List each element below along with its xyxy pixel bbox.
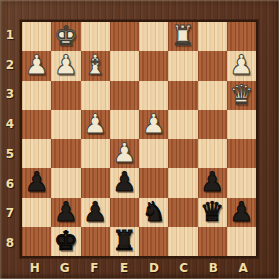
square-e3[interactable] (110, 81, 139, 110)
square-a6[interactable] (227, 168, 256, 197)
square-a3[interactable]: ♛ (227, 81, 256, 110)
file-label-H: H (20, 258, 50, 278)
square-h8[interactable] (22, 227, 51, 256)
file-label-B: B (199, 258, 229, 278)
square-c7[interactable] (168, 198, 197, 227)
square-a8[interactable] (227, 227, 256, 256)
rank-label-5: 5 (0, 139, 20, 169)
square-b1[interactable] (198, 22, 227, 51)
square-f5[interactable] (81, 139, 110, 168)
piece-black-rook-e8[interactable]: ♜ (112, 227, 136, 254)
piece-black-pawn-f7[interactable]: ♟ (83, 198, 107, 225)
square-g1[interactable]: ♚ (51, 22, 80, 51)
piece-black-king-g8[interactable]: ♚ (54, 227, 78, 254)
file-label-A: A (228, 258, 258, 278)
piece-black-pawn-g7[interactable]: ♟ (54, 198, 78, 225)
square-g5[interactable] (51, 139, 80, 168)
piece-black-pawn-h6[interactable]: ♟ (25, 168, 49, 195)
square-f8[interactable] (81, 227, 110, 256)
file-label-G: G (50, 258, 80, 278)
piece-white-bishop-f2[interactable]: ♝ (83, 51, 107, 78)
square-e5[interactable]: ♟ (110, 139, 139, 168)
square-g7[interactable]: ♟ (51, 198, 80, 227)
piece-white-pawn-a2[interactable]: ♟ (229, 51, 253, 78)
square-g8[interactable]: ♚ (51, 227, 80, 256)
square-d3[interactable] (139, 81, 168, 110)
file-label-C: C (169, 258, 199, 278)
square-b5[interactable] (198, 139, 227, 168)
square-f1[interactable] (81, 22, 110, 51)
square-h7[interactable] (22, 198, 51, 227)
square-d7[interactable]: ♞ (139, 198, 168, 227)
square-c5[interactable] (168, 139, 197, 168)
file-label-E: E (109, 258, 139, 278)
rank-label-1: 1 (0, 20, 20, 50)
square-a1[interactable] (227, 22, 256, 51)
square-e6[interactable]: ♟ (110, 168, 139, 197)
square-c8[interactable] (168, 227, 197, 256)
chess-board: ♚♜♟♟♝♟♛♟♟♟♟♟♟♟♟♞♛♟♚♜ (20, 20, 258, 258)
rank-label-7: 7 (0, 199, 20, 229)
square-e4[interactable] (110, 110, 139, 139)
square-f6[interactable] (81, 168, 110, 197)
square-g3[interactable] (51, 81, 80, 110)
square-d4[interactable]: ♟ (139, 110, 168, 139)
piece-white-king-g1[interactable]: ♚ (54, 22, 78, 49)
piece-white-pawn-g2[interactable]: ♟ (54, 51, 78, 78)
square-c6[interactable] (168, 168, 197, 197)
square-d8[interactable] (139, 227, 168, 256)
square-d1[interactable] (139, 22, 168, 51)
rank-label-6: 6 (0, 169, 20, 199)
piece-white-pawn-h2[interactable]: ♟ (25, 51, 49, 78)
file-label-D: D (139, 258, 169, 278)
piece-black-knight-d7[interactable]: ♞ (142, 198, 166, 225)
square-f2[interactable]: ♝ (81, 51, 110, 80)
square-g4[interactable] (51, 110, 80, 139)
square-b4[interactable] (198, 110, 227, 139)
square-e7[interactable] (110, 198, 139, 227)
square-a7[interactable]: ♟ (227, 198, 256, 227)
square-h6[interactable]: ♟ (22, 168, 51, 197)
square-f3[interactable] (81, 81, 110, 110)
piece-black-pawn-e6[interactable]: ♟ (112, 168, 136, 195)
square-h1[interactable] (22, 22, 51, 51)
rank-label-4: 4 (0, 109, 20, 139)
square-b8[interactable] (198, 227, 227, 256)
square-c1[interactable]: ♜ (168, 22, 197, 51)
square-b2[interactable] (198, 51, 227, 80)
piece-white-pawn-f4[interactable]: ♟ (83, 110, 107, 137)
square-f7[interactable]: ♟ (81, 198, 110, 227)
square-e2[interactable] (110, 51, 139, 80)
piece-black-queen-b7[interactable]: ♛ (200, 198, 224, 225)
square-f4[interactable]: ♟ (81, 110, 110, 139)
rank-label-3: 3 (0, 80, 20, 110)
square-e1[interactable] (110, 22, 139, 51)
square-g2[interactable]: ♟ (51, 51, 80, 80)
square-h2[interactable]: ♟ (22, 51, 51, 80)
rank-label-2: 2 (0, 50, 20, 80)
square-a2[interactable]: ♟ (227, 51, 256, 80)
piece-white-pawn-d4[interactable]: ♟ (142, 110, 166, 137)
piece-white-rook-c1[interactable]: ♜ (171, 22, 195, 49)
square-a4[interactable] (227, 110, 256, 139)
square-h4[interactable] (22, 110, 51, 139)
piece-white-queen-a3[interactable]: ♛ (229, 81, 253, 108)
square-b3[interactable] (198, 81, 227, 110)
rank-label-8: 8 (0, 228, 20, 258)
square-h5[interactable] (22, 139, 51, 168)
square-b7[interactable]: ♛ (198, 198, 227, 227)
square-a5[interactable] (227, 139, 256, 168)
square-h3[interactable] (22, 81, 51, 110)
square-b6[interactable]: ♟ (198, 168, 227, 197)
square-c4[interactable] (168, 110, 197, 139)
square-d6[interactable] (139, 168, 168, 197)
piece-white-pawn-e5[interactable]: ♟ (112, 139, 136, 166)
piece-black-pawn-a7[interactable]: ♟ (229, 198, 253, 225)
square-c3[interactable] (168, 81, 197, 110)
square-e8[interactable]: ♜ (110, 227, 139, 256)
file-label-F: F (80, 258, 110, 278)
square-d2[interactable] (139, 51, 168, 80)
square-d5[interactable] (139, 139, 168, 168)
chessboard-widget: 12345678 HGFEDCBA ♚♜♟♟♝♟♛♟♟♟♟♟♟♟♟♞♛♟♚♜ (0, 0, 279, 279)
square-c2[interactable] (168, 51, 197, 80)
piece-black-pawn-b6[interactable]: ♟ (200, 168, 224, 195)
square-g6[interactable] (51, 168, 80, 197)
chess-board-frame: 12345678 HGFEDCBA ♚♜♟♟♝♟♛♟♟♟♟♟♟♟♟♞♛♟♚♜ (0, 0, 279, 279)
